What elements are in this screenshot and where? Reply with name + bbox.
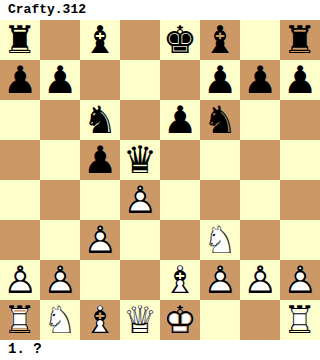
square-a7[interactable]: ♟ (0, 60, 40, 100)
piece-white-knight[interactable]: ♞♘ (200, 220, 240, 260)
piece-black-knight[interactable]: ♞ (80, 100, 120, 140)
square-c2[interactable] (80, 260, 120, 300)
square-f2[interactable]: ♟♙ (200, 260, 240, 300)
square-g3[interactable] (240, 220, 280, 260)
black-pawn-glyph: ♟ (200, 60, 240, 100)
square-g7[interactable]: ♟ (240, 60, 280, 100)
square-d6[interactable] (120, 100, 160, 140)
black-queen-glyph: ♛ (120, 140, 160, 180)
square-h7[interactable]: ♟ (280, 60, 320, 100)
square-f7[interactable]: ♟ (200, 60, 240, 100)
square-g6[interactable] (240, 100, 280, 140)
square-g8[interactable] (240, 20, 280, 60)
piece-white-pawn[interactable]: ♟♙ (120, 180, 160, 220)
piece-black-pawn[interactable]: ♟ (240, 60, 280, 100)
square-g5[interactable] (240, 140, 280, 180)
square-d8[interactable] (120, 20, 160, 60)
square-d1[interactable]: ♛♕ (120, 300, 160, 340)
square-d4[interactable]: ♟♙ (120, 180, 160, 220)
white-pawn-outline-glyph: ♙ (0, 260, 40, 300)
piece-black-pawn[interactable]: ♟ (200, 60, 240, 100)
black-king-glyph: ♚ (160, 20, 200, 60)
square-b6[interactable] (40, 100, 80, 140)
white-knight-fill-glyph: ♞ (200, 220, 240, 260)
square-b8[interactable] (40, 20, 80, 60)
piece-black-pawn[interactable]: ♟ (0, 60, 40, 100)
piece-black-bishop[interactable]: ♝ (80, 20, 120, 60)
white-pawn-fill-glyph: ♟ (280, 260, 320, 300)
square-d2[interactable] (120, 260, 160, 300)
white-queen-fill-glyph: ♛ (120, 300, 160, 340)
square-h5[interactable] (280, 140, 320, 180)
square-e7[interactable] (160, 60, 200, 100)
piece-black-pawn[interactable]: ♟ (80, 140, 120, 180)
square-h4[interactable] (280, 180, 320, 220)
black-pawn-glyph: ♟ (240, 60, 280, 100)
black-bishop-glyph: ♝ (80, 20, 120, 60)
piece-white-pawn[interactable]: ♟♙ (240, 260, 280, 300)
square-f8[interactable]: ♝ (200, 20, 240, 60)
piece-black-rook[interactable]: ♜ (280, 20, 320, 60)
white-pawn-outline-glyph: ♙ (280, 260, 320, 300)
white-pawn-fill-glyph: ♟ (240, 260, 280, 300)
white-pawn-fill-glyph: ♟ (80, 220, 120, 260)
piece-black-pawn[interactable]: ♟ (160, 100, 200, 140)
piece-white-pawn[interactable]: ♟♙ (80, 220, 120, 260)
black-knight-glyph: ♞ (80, 100, 120, 140)
square-b5[interactable] (40, 140, 80, 180)
white-king-outline-glyph: ♔ (160, 300, 200, 340)
square-b2[interactable]: ♟♙ (40, 260, 80, 300)
white-knight-outline-glyph: ♘ (40, 300, 80, 340)
black-pawn-glyph: ♟ (160, 100, 200, 140)
white-pawn-outline-glyph: ♙ (40, 260, 80, 300)
piece-white-pawn[interactable]: ♟♙ (200, 260, 240, 300)
black-rook-glyph: ♜ (280, 20, 320, 60)
square-c1[interactable]: ♝♗ (80, 300, 120, 340)
square-a6[interactable] (0, 100, 40, 140)
piece-black-bishop[interactable]: ♝ (200, 20, 240, 60)
piece-black-knight[interactable]: ♞ (200, 100, 240, 140)
piece-black-pawn[interactable]: ♟ (280, 60, 320, 100)
square-f3[interactable]: ♞♘ (200, 220, 240, 260)
white-queen-outline-glyph: ♕ (120, 300, 160, 340)
black-rook-glyph: ♜ (0, 20, 40, 60)
square-c4[interactable] (80, 180, 120, 220)
piece-white-king[interactable]: ♚♔ (160, 300, 200, 340)
square-f5[interactable] (200, 140, 240, 180)
square-d5[interactable]: ♛ (120, 140, 160, 180)
black-pawn-glyph: ♟ (0, 60, 40, 100)
piece-white-rook[interactable]: ♜♖ (280, 300, 320, 340)
square-a5[interactable] (0, 140, 40, 180)
square-d7[interactable] (120, 60, 160, 100)
white-rook-fill-glyph: ♜ (0, 300, 40, 340)
white-king-fill-glyph: ♚ (160, 300, 200, 340)
square-b3[interactable] (40, 220, 80, 260)
square-e5[interactable] (160, 140, 200, 180)
white-bishop-outline-glyph: ♗ (80, 300, 120, 340)
piece-black-king[interactable]: ♚ (160, 20, 200, 60)
piece-black-queen[interactable]: ♛ (120, 140, 160, 180)
square-h1[interactable]: ♜♖ (280, 300, 320, 340)
white-knight-outline-glyph: ♘ (200, 220, 240, 260)
square-d3[interactable] (120, 220, 160, 260)
square-e6[interactable]: ♟ (160, 100, 200, 140)
square-c3[interactable]: ♟♙ (80, 220, 120, 260)
square-g4[interactable] (240, 180, 280, 220)
white-rook-outline-glyph: ♖ (280, 300, 320, 340)
square-c5[interactable]: ♟ (80, 140, 120, 180)
piece-white-knight[interactable]: ♞♘ (40, 300, 80, 340)
piece-black-pawn[interactable]: ♟ (40, 60, 80, 100)
white-bishop-outline-glyph: ♗ (160, 260, 200, 300)
square-f6[interactable]: ♞ (200, 100, 240, 140)
piece-white-rook[interactable]: ♜♖ (0, 300, 40, 340)
square-c6[interactable]: ♞ (80, 100, 120, 140)
black-bishop-glyph: ♝ (200, 20, 240, 60)
square-e4[interactable] (160, 180, 200, 220)
square-e1[interactable]: ♚♔ (160, 300, 200, 340)
piece-white-bishop[interactable]: ♝♗ (80, 300, 120, 340)
square-b1[interactable]: ♞♘ (40, 300, 80, 340)
white-rook-fill-glyph: ♜ (280, 300, 320, 340)
square-h6[interactable] (280, 100, 320, 140)
white-pawn-outline-glyph: ♙ (200, 260, 240, 300)
white-pawn-outline-glyph: ♙ (120, 180, 160, 220)
piece-white-queen[interactable]: ♛♕ (120, 300, 160, 340)
black-pawn-glyph: ♟ (280, 60, 320, 100)
square-h2[interactable]: ♟♙ (280, 260, 320, 300)
square-c7[interactable] (80, 60, 120, 100)
chess-board: ♜♝♚♝♜♟♟♟♟♟♞♟♞♟♛♟♙♟♙♞♘♟♙♟♙♝♗♟♙♟♙♟♙♜♖♞♘♝♗♛… (0, 20, 320, 340)
square-e3[interactable] (160, 220, 200, 260)
white-bishop-fill-glyph: ♝ (160, 260, 200, 300)
white-rook-outline-glyph: ♖ (0, 300, 40, 340)
piece-white-pawn[interactable]: ♟♙ (280, 260, 320, 300)
square-c8[interactable]: ♝ (80, 20, 120, 60)
black-pawn-glyph: ♟ (40, 60, 80, 100)
square-g2[interactable]: ♟♙ (240, 260, 280, 300)
square-h8[interactable]: ♜ (280, 20, 320, 60)
square-e8[interactable]: ♚ (160, 20, 200, 60)
white-pawn-fill-glyph: ♟ (120, 180, 160, 220)
piece-white-pawn[interactable]: ♟♙ (40, 260, 80, 300)
white-pawn-fill-glyph: ♟ (40, 260, 80, 300)
white-pawn-fill-glyph: ♟ (200, 260, 240, 300)
square-f1[interactable] (200, 300, 240, 340)
square-f4[interactable] (200, 180, 240, 220)
piece-white-bishop[interactable]: ♝♗ (160, 260, 200, 300)
white-knight-fill-glyph: ♞ (40, 300, 80, 340)
piece-white-pawn[interactable]: ♟♙ (0, 260, 40, 300)
white-pawn-outline-glyph: ♙ (80, 220, 120, 260)
square-a4[interactable] (0, 180, 40, 220)
white-bishop-fill-glyph: ♝ (80, 300, 120, 340)
black-knight-glyph: ♞ (200, 100, 240, 140)
square-b7[interactable]: ♟ (40, 60, 80, 100)
move-prompt: 1. ? (8, 341, 42, 359)
piece-black-rook[interactable]: ♜ (0, 20, 40, 60)
white-pawn-outline-glyph: ♙ (240, 260, 280, 300)
square-h3[interactable] (280, 220, 320, 260)
window-title: Crafty.312 (8, 1, 86, 19)
square-a3[interactable] (0, 220, 40, 260)
square-a1[interactable]: ♜♖ (0, 300, 40, 340)
square-b4[interactable] (40, 180, 80, 220)
white-pawn-fill-glyph: ♟ (0, 260, 40, 300)
square-g1[interactable] (240, 300, 280, 340)
square-e2[interactable]: ♝♗ (160, 260, 200, 300)
square-a8[interactable]: ♜ (0, 20, 40, 60)
square-a2[interactable]: ♟♙ (0, 260, 40, 300)
black-pawn-glyph: ♟ (80, 140, 120, 180)
